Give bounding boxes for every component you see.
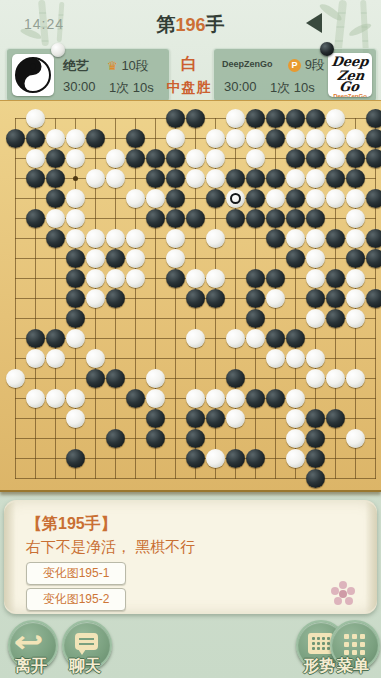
black-stone [146,429,165,448]
black-stone [266,269,285,288]
white-stone [286,129,305,148]
star-point [73,176,78,181]
player-card-white: 绝艺 ♛ 10段 30:00 1次 10s [6,48,170,102]
white-stone [186,269,205,288]
black-stone [66,449,85,468]
black-stone [186,109,205,128]
white-stone [306,269,325,288]
white-stone [146,189,165,208]
black-stone [106,289,125,308]
result-type: 中盘胜 [166,79,212,97]
black-stone [246,209,265,228]
main-time-white: 30:00 [63,79,96,94]
black-stone [66,249,85,268]
white-stone [66,409,85,428]
white-stone [166,249,185,268]
white-stone [46,129,65,148]
white-stone [86,169,105,188]
white-stone [146,389,165,408]
white-stone [286,169,305,188]
white-stone [206,169,225,188]
white-stone [106,269,125,288]
white-stone [106,169,125,188]
white-stone [26,109,45,128]
black-stone [26,329,45,348]
black-stone [246,449,265,468]
chat-label: 聊天 [55,656,115,677]
white-stone [86,229,105,248]
black-stone [126,129,145,148]
black-stone [166,209,185,228]
taiji-logo [12,54,54,96]
white-stone [326,149,345,168]
white-stone [206,449,225,468]
player-rank-white: 10段 [121,58,148,73]
white-stone [346,289,365,308]
white-stone [226,409,245,428]
white-stone [26,349,45,368]
black-stone [306,429,325,448]
white-stone [86,289,105,308]
black-stone [266,229,285,248]
white-stone [326,129,345,148]
white-stone [126,189,145,208]
white-stone [66,149,85,168]
black-stone [186,209,205,228]
black-stone [246,109,265,128]
black-stone [186,409,205,428]
white-stone [86,249,105,268]
black-stone [46,189,65,208]
commentary-panel: 【第195手】 右下不是净活， 黑棋不行 变化图195-1 变化图195-2 [4,500,377,614]
white-stone [306,129,325,148]
black-stone [326,169,345,188]
black-stone [366,109,381,128]
black-stone [126,389,145,408]
white-stone [286,229,305,248]
white-stone [66,209,85,228]
player-rank-black: 9段 [305,57,325,72]
back-arrow-icon: ↩ [13,624,43,659]
white-stone [46,389,65,408]
white-stone [6,369,25,388]
black-stone [226,169,245,188]
white-stone [206,269,225,288]
result-winner: 白 [166,54,212,75]
black-stone [46,329,65,348]
white-stone-indicator [51,43,65,57]
go-board[interactable] [0,100,381,492]
black-stone [246,189,265,208]
white-stone [266,189,285,208]
white-stone [266,289,285,308]
white-stone [226,389,245,408]
white-stone [286,409,305,428]
white-stone [266,349,285,368]
black-stone [366,289,381,308]
white-stone [206,149,225,168]
black-stone [266,109,285,128]
black-stone [286,329,305,348]
crown-icon: ♛ [107,59,118,73]
black-stone [146,209,165,228]
black-stone [266,169,285,188]
white-stone [346,229,365,248]
white-stone [106,229,125,248]
white-stone [286,449,305,468]
white-stone [226,129,245,148]
white-stone [326,189,345,208]
black-stone [306,409,325,428]
black-stone [226,449,245,468]
black-stone [286,209,305,228]
black-stone [246,289,265,308]
white-stone [346,269,365,288]
black-stone [226,369,245,388]
black-stone [246,309,265,328]
black-stone [166,269,185,288]
black-stone [126,149,145,168]
byoyomi-black: 1次 10s [270,80,315,95]
black-stone [106,249,125,268]
avatar-jueyi [12,54,54,96]
player-name-white: 绝艺 [63,58,89,73]
white-stone [306,189,325,208]
white-stone [306,349,325,368]
white-stone [66,129,85,148]
black-stone [186,429,205,448]
white-stone [346,209,365,228]
p-badge-icon: P [288,59,301,72]
black-stone [66,269,85,288]
black-stone [326,409,345,428]
variation-button-1[interactable]: 变化图195-1 [26,562,126,585]
leave-label: 离开 [1,656,61,677]
black-stone [366,249,381,268]
white-stone [306,169,325,188]
black-stone [86,129,105,148]
black-stone [106,429,125,448]
black-stone [6,129,25,148]
white-stone [86,349,105,368]
chat-bubble-icon [75,633,98,650]
black-stone [46,229,65,248]
black-stone [46,169,65,188]
black-stone [306,149,325,168]
bottom-toolbar: ↩ 离开 聊天 形势 菜单 [0,616,381,678]
black-stone [166,169,185,188]
white-stone [146,369,165,388]
white-stone [326,109,345,128]
black-stone [366,149,381,168]
game-screen: 14:24 第196手 绝艺 ♛ 10段 30:00 1次 10s 白 中盘胜 … [0,0,381,678]
white-stone [286,349,305,368]
black-stone [366,129,381,148]
sound-toggle-icon[interactable] [306,13,322,33]
white-stone [306,229,325,248]
byoyomi-white: 1次 10s [109,80,154,95]
main-time-black: 30:00 [224,79,257,94]
black-stone [326,289,345,308]
avatar-deepzengo: Deep Zen Go DeepZenGo [328,53,372,97]
white-stone [306,369,325,388]
black-stone [306,109,325,128]
white-stone [246,129,265,148]
black-stone [166,109,185,128]
black-stone [186,289,205,308]
black-stone [286,249,305,268]
last-move-marker [230,193,241,204]
flower-decoration [339,590,347,598]
white-stone [246,149,265,168]
black-stone [246,169,265,188]
black-stone [26,129,45,148]
black-stone [366,189,381,208]
white-stone [66,189,85,208]
black-stone [66,309,85,328]
black-stone [266,329,285,348]
white-stone [186,329,205,348]
white-stone [346,189,365,208]
black-stone [26,169,45,188]
black-stone [86,369,105,388]
black-stone [286,109,305,128]
white-stone [226,109,245,128]
white-stone [346,309,365,328]
white-stone [286,429,305,448]
black-stone [106,369,125,388]
top-bar: 14:24 第196手 [0,0,381,46]
white-stone [166,229,185,248]
black-stone [326,309,345,328]
white-stone [346,129,365,148]
black-stone [166,189,185,208]
player-card-black: DeepZenGo P 9段 30:00 1次 10s Deep Zen Go … [213,48,377,102]
black-stone [146,149,165,168]
black-stone [266,389,285,408]
white-stone [46,209,65,228]
white-stone [206,389,225,408]
white-stone [166,129,185,148]
black-stone [26,209,45,228]
white-stone [46,349,65,368]
white-stone [186,389,205,408]
menu-grid-icon [344,634,349,639]
white-stone [126,229,145,248]
black-stone [266,209,285,228]
black-stone [66,289,85,308]
black-stone [146,169,165,188]
variation-button-2[interactable]: 变化图195-2 [26,588,126,611]
black-stone [326,269,345,288]
move-counter: 第196手 [0,12,381,38]
white-stone [226,329,245,348]
white-stone [26,149,45,168]
white-stone [66,229,85,248]
black-stone-indicator [320,42,334,56]
white-stone [186,149,205,168]
white-stone [126,269,145,288]
white-stone [306,249,325,268]
black-stone [206,189,225,208]
black-stone [306,209,325,228]
white-stone [106,149,125,168]
white-stone [126,249,145,268]
white-stone [26,389,45,408]
black-stone [266,129,285,148]
white-stone [326,369,345,388]
commentary-text: 右下不是净活， 黑棋不行 [26,538,195,557]
black-stone [146,409,165,428]
white-stone [306,309,325,328]
white-stone [86,269,105,288]
deepzengo-logo: Deep Zen Go DeepZenGo [328,53,372,97]
black-stone [326,229,345,248]
black-stone [306,289,325,308]
black-stone [306,449,325,468]
black-stone [346,149,365,168]
menu-label: 菜单 [323,656,381,677]
white-stone [346,369,365,388]
black-stone [346,169,365,188]
black-stone [46,149,65,168]
white-stone [66,389,85,408]
black-stone [286,189,305,208]
black-stone [186,449,205,468]
player-name-black: DeepZenGo [222,59,273,69]
game-result: 白 中盘胜 [166,54,212,97]
black-stone [246,269,265,288]
black-stone [346,249,365,268]
white-stone [286,389,305,408]
black-stone [206,409,225,428]
white-stone [206,229,225,248]
commentary-move-title: 【第195手】 [26,514,117,535]
black-stone [206,289,225,308]
black-stone [246,389,265,408]
white-stone-last-move [226,189,245,208]
white-stone [66,329,85,348]
white-stone [346,429,365,448]
white-stone [186,169,205,188]
black-stone [306,469,325,488]
white-stone [206,129,225,148]
white-stone [246,329,265,348]
black-stone [226,209,245,228]
black-stone [166,149,185,168]
black-stone [366,229,381,248]
black-stone [286,149,305,168]
